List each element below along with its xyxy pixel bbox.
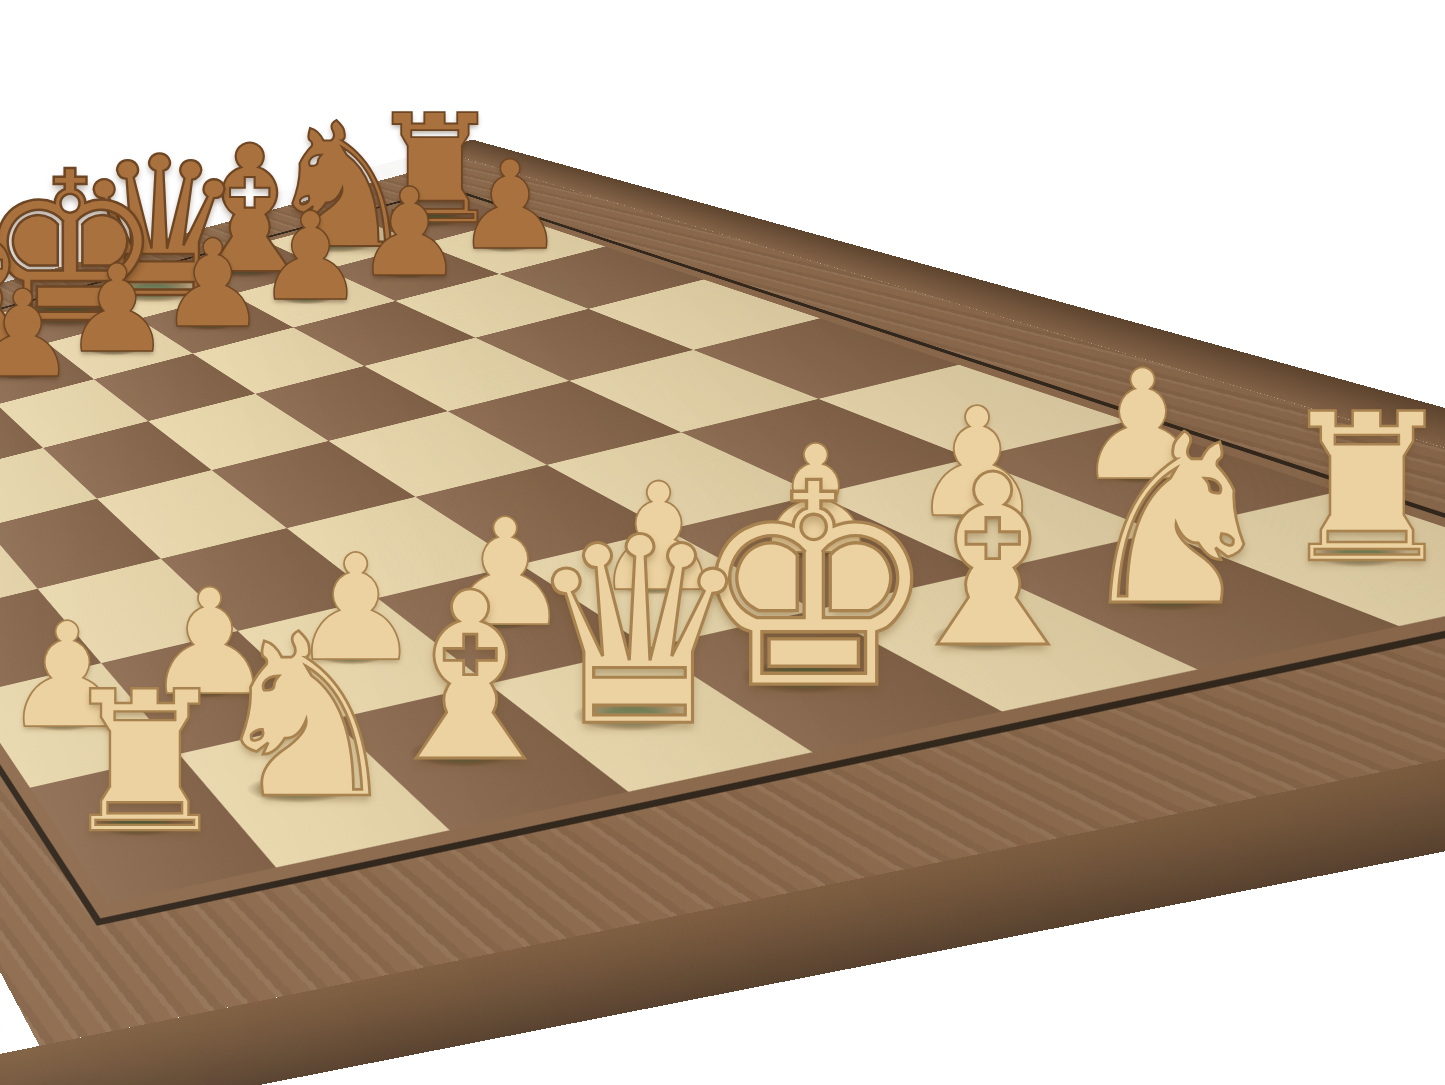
black-pawn-g7[interactable]: ♟: [355, 172, 464, 294]
black-pawn-c7[interactable]: ♟: [0, 274, 77, 394]
black-pawn-f7[interactable]: ♟: [256, 198, 365, 320]
white-rook-h1[interactable]: ♜: [1275, 387, 1445, 592]
white-knight-glyph: ♞: [204, 605, 406, 830]
white-rook-a1[interactable]: ♜: [58, 666, 232, 860]
black-pawn-glyph: ♟: [256, 198, 365, 320]
white-knight-b1[interactable]: ♞: [204, 605, 406, 830]
black-pawn-d7[interactable]: ♟: [63, 249, 171, 370]
white-knight-glyph: ♞: [1072, 405, 1282, 639]
black-pawn-e7[interactable]: ♟: [159, 224, 268, 345]
black-pawn-glyph: ♟: [159, 224, 268, 345]
white-knight-g1[interactable]: ♞: [1072, 405, 1282, 639]
black-pawn-glyph: ♟: [0, 274, 77, 394]
black-pawn-glyph: ♟: [355, 172, 464, 294]
black-pawn-h7[interactable]: ♟: [455, 145, 565, 267]
black-pawn-glyph: ♟: [455, 145, 565, 267]
white-rook-glyph: ♜: [1275, 387, 1445, 592]
white-rook-glyph: ♜: [58, 666, 232, 860]
scene: Wooden Staunton chess set on a walnut an…: [0, 0, 1445, 1085]
black-pawn-glyph: ♟: [63, 249, 171, 370]
